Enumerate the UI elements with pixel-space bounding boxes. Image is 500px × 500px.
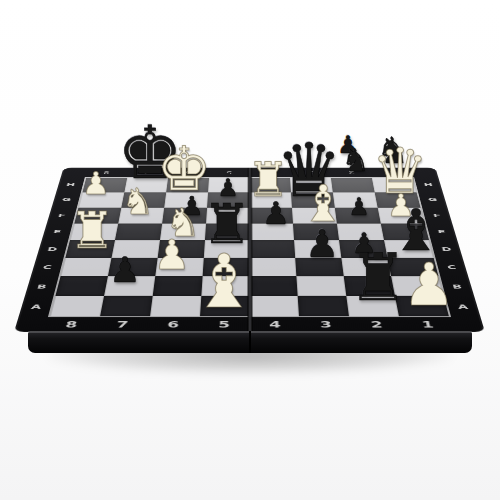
piece-black-pawn-h2: ♟: [337, 133, 359, 157]
rank-label-back-7: 7: [126, 168, 168, 177]
square-a1: [395, 296, 449, 317]
square-e3: [293, 224, 339, 241]
square-b7: [104, 276, 155, 295]
rank-label-front-2: 2: [350, 317, 403, 332]
file-label-left-b: B: [25, 277, 59, 297]
square-d6: [157, 240, 204, 258]
square-e4: [250, 224, 295, 241]
square-f6: [162, 208, 207, 224]
square-g2: [333, 192, 378, 207]
square-c7: [108, 258, 158, 276]
file-label-right-g: G: [418, 192, 447, 207]
square-b5: [201, 276, 250, 295]
rank-label-back-6: 6: [167, 168, 209, 177]
square-h6: [166, 178, 209, 192]
photo-canvas: 87654321 87654321 HGFEDCBA HGFEDCBA ♜♟♞♚…: [0, 0, 500, 500]
square-d3: [294, 240, 341, 258]
square-e1: [381, 224, 429, 241]
file-label-left-d: D: [36, 240, 68, 258]
file-label-left-a: A: [18, 296, 53, 317]
file-label-right-f: F: [422, 207, 452, 223]
square-c8: [61, 258, 112, 276]
square-h2: [331, 178, 375, 192]
square-h8: [82, 178, 127, 192]
file-label-right-c: C: [435, 258, 468, 277]
square-b3: [297, 276, 347, 295]
square-c1: [388, 258, 439, 276]
rank-label-front-5: 5: [198, 317, 249, 332]
square-a3: [298, 296, 349, 317]
board-case-front: [28, 331, 472, 353]
rank-label-front-6: 6: [147, 317, 199, 332]
square-d1: [384, 240, 433, 258]
file-label-right-e: E: [426, 223, 457, 240]
square-b1: [391, 276, 443, 295]
square-g8: [78, 192, 124, 207]
square-g6: [164, 192, 208, 207]
square-g3: [291, 192, 335, 207]
square-b4: [250, 276, 299, 295]
square-f8: [74, 208, 121, 224]
square-f1: [378, 208, 425, 224]
square-b8: [55, 276, 107, 295]
square-c4: [250, 258, 297, 276]
square-f7: [118, 208, 164, 224]
square-a8: [50, 296, 104, 317]
rank-label-back-5: 5: [208, 168, 249, 177]
rank-label-back-8: 8: [85, 168, 128, 177]
square-b2: [344, 276, 395, 295]
square-g4: [250, 192, 293, 207]
square-a5: [200, 296, 250, 317]
square-f5: [206, 208, 250, 224]
square-c3: [296, 258, 344, 276]
square-d4: [250, 240, 296, 258]
rank-label-back-4: 4: [250, 168, 291, 177]
chess-board-frame: 87654321 87654321 HGFEDCBA HGFEDCBA: [14, 168, 485, 332]
square-b6: [152, 276, 202, 295]
square-c2: [342, 258, 392, 276]
square-g1: [375, 192, 421, 207]
square-g7: [121, 192, 166, 207]
file-label-right-a: A: [446, 296, 481, 317]
case-center-seam: [249, 331, 251, 353]
rank-label-front-3: 3: [300, 317, 352, 332]
file-label-left-f: F: [47, 207, 77, 223]
square-a7: [100, 296, 153, 317]
square-d8: [65, 240, 114, 258]
board-hinge: [247, 168, 252, 332]
rank-label-front-1: 1: [401, 317, 455, 332]
rank-label-front-8: 8: [44, 317, 98, 332]
file-label-left-e: E: [42, 223, 73, 240]
square-d2: [339, 240, 387, 258]
rank-label-front-7: 7: [95, 317, 148, 332]
square-e7: [115, 224, 162, 241]
square-g5: [207, 192, 250, 207]
square-f3: [292, 208, 337, 224]
square-h1: [372, 178, 417, 192]
rank-label-back-3: 3: [290, 168, 332, 177]
square-a4: [250, 296, 300, 317]
square-e8: [70, 224, 118, 241]
rank-label-back-1: 1: [371, 168, 414, 177]
square-e5: [205, 224, 250, 241]
rank-label-front-4: 4: [250, 317, 301, 332]
square-h4: [250, 178, 292, 192]
square-c5: [202, 258, 249, 276]
rank-label-back-2: 2: [331, 168, 373, 177]
square-e6: [160, 224, 206, 241]
square-a2: [347, 296, 400, 317]
square-f4: [250, 208, 294, 224]
file-label-right-b: B: [440, 277, 474, 297]
square-d7: [111, 240, 159, 258]
file-label-left-g: G: [52, 192, 81, 207]
square-h5: [208, 178, 250, 192]
square-h7: [124, 178, 168, 192]
square-c6: [155, 258, 203, 276]
square-a6: [150, 296, 201, 317]
square-f2: [335, 208, 381, 224]
file-label-right-d: D: [431, 240, 463, 258]
square-d5: [203, 240, 249, 258]
file-label-left-c: C: [31, 258, 64, 277]
square-h3: [290, 178, 333, 192]
file-label-left-h: H: [56, 177, 84, 192]
piece-black-knight-h1: ♞: [377, 133, 409, 169]
file-label-right-h: H: [414, 177, 442, 192]
square-e2: [337, 224, 384, 241]
